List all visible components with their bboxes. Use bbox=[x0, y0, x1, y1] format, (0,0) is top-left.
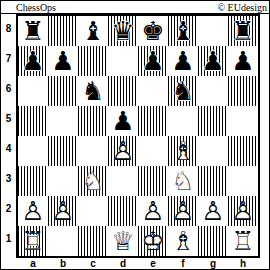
piece-black-pawn: ♟ bbox=[198, 46, 228, 76]
square-f5[interactable] bbox=[168, 106, 198, 136]
square-h7[interactable]: ♟ bbox=[228, 46, 258, 76]
square-f8[interactable]: ♝ bbox=[168, 16, 198, 46]
file-label-f: f bbox=[168, 258, 198, 269]
square-d8[interactable]: ♛ bbox=[108, 16, 138, 46]
piece-glyph: ♝ bbox=[168, 16, 198, 46]
piece-glyph-outline: ♙ bbox=[108, 136, 138, 166]
piece-glyph: ♟ bbox=[198, 46, 228, 76]
piece-white-pawn: ♟♙ bbox=[228, 196, 258, 226]
piece-black-bishop: ♝ bbox=[78, 16, 108, 46]
square-e5[interactable] bbox=[138, 106, 168, 136]
square-c1[interactable] bbox=[78, 226, 108, 256]
piece-white-pawn: ♟♙ bbox=[48, 196, 78, 226]
square-e6[interactable] bbox=[138, 76, 168, 106]
square-c4[interactable] bbox=[78, 136, 108, 166]
piece-black-bishop: ♝ bbox=[168, 16, 198, 46]
rank-label-7: 7 bbox=[1, 44, 16, 74]
piece-white-pawn: ♟♙ bbox=[18, 196, 48, 226]
piece-glyph: ♟ bbox=[18, 46, 48, 76]
square-f1[interactable]: ♝♗ bbox=[168, 226, 198, 256]
app-title: ChessOps bbox=[16, 2, 56, 13]
piece-black-pawn: ♟ bbox=[48, 46, 78, 76]
piece-white-knight: ♞♘ bbox=[168, 166, 198, 196]
square-c6[interactable]: ♞ bbox=[78, 76, 108, 106]
square-c7[interactable] bbox=[78, 46, 108, 76]
square-g3[interactable] bbox=[198, 166, 228, 196]
file-label-e: e bbox=[138, 258, 168, 269]
square-f4[interactable]: ♝♗ bbox=[168, 136, 198, 166]
piece-black-queen: ♛ bbox=[108, 16, 138, 46]
piece-glyph-outline: ♗ bbox=[168, 226, 198, 256]
square-e1[interactable]: ♚♔ bbox=[138, 226, 168, 256]
square-e8[interactable]: ♚ bbox=[138, 16, 168, 46]
file-labels: abcdefgh bbox=[18, 258, 269, 269]
piece-black-pawn: ♟ bbox=[168, 46, 198, 76]
piece-black-knight: ♞ bbox=[168, 76, 198, 106]
piece-glyph: ♚ bbox=[138, 16, 168, 46]
square-a4[interactable] bbox=[18, 136, 48, 166]
chess-board: ♜♝♛♚♝♜♟♟♟♟♟♟♞♞♟♟♙♝♗♞♘♞♘♟♙♟♙♟♙♟♙♟♙♟♙♜♖♛♕♚… bbox=[16, 14, 260, 258]
rank-label-3: 3 bbox=[1, 164, 16, 194]
square-e7[interactable]: ♟ bbox=[138, 46, 168, 76]
piece-white-bishop: ♝♗ bbox=[168, 136, 198, 166]
piece-white-bishop: ♝♗ bbox=[168, 226, 198, 256]
piece-glyph: ♞ bbox=[168, 76, 198, 106]
piece-white-pawn: ♟♙ bbox=[168, 196, 198, 226]
window: ChessOps © EUdesign 87654321 ♜♝♛♚♝♜♟♟♟♟♟… bbox=[0, 0, 270, 270]
square-e2[interactable]: ♟♙ bbox=[138, 196, 168, 226]
piece-glyph: ♜ bbox=[228, 16, 258, 46]
rank-label-8: 8 bbox=[1, 14, 16, 44]
piece-glyph-outline: ♕ bbox=[108, 226, 138, 256]
piece-glyph-outline: ♙ bbox=[228, 196, 258, 226]
square-b2[interactable]: ♟♙ bbox=[48, 196, 78, 226]
file-label-h: h bbox=[228, 258, 258, 269]
square-b7[interactable]: ♟ bbox=[48, 46, 78, 76]
piece-white-rook: ♜♖ bbox=[228, 226, 258, 256]
square-c3[interactable]: ♞♘ bbox=[78, 166, 108, 196]
piece-white-rook: ♜♖ bbox=[18, 226, 48, 256]
piece-glyph: ♟ bbox=[108, 106, 138, 136]
square-c5[interactable] bbox=[78, 106, 108, 136]
square-a2[interactable]: ♟♙ bbox=[18, 196, 48, 226]
square-a8[interactable]: ♜ bbox=[18, 16, 48, 46]
piece-glyph-outline: ♘ bbox=[168, 166, 198, 196]
piece-glyph-outline: ♗ bbox=[168, 136, 198, 166]
square-f2[interactable]: ♟♙ bbox=[168, 196, 198, 226]
piece-white-pawn: ♟♙ bbox=[108, 136, 138, 166]
square-d4[interactable]: ♟♙ bbox=[108, 136, 138, 166]
piece-glyph: ♟ bbox=[138, 46, 168, 76]
square-b6[interactable] bbox=[48, 76, 78, 106]
piece-white-king: ♚♔ bbox=[138, 226, 168, 256]
board-area: 87654321 ♜♝♛♚♝♜♟♟♟♟♟♟♞♞♟♟♙♝♗♞♘♞♘♟♙♟♙♟♙♟♙… bbox=[1, 14, 269, 258]
square-h4[interactable] bbox=[228, 136, 258, 166]
piece-glyph: ♟ bbox=[48, 46, 78, 76]
piece-white-knight: ♞♘ bbox=[78, 166, 108, 196]
square-h3[interactable] bbox=[228, 166, 258, 196]
rank-label-4: 4 bbox=[1, 134, 16, 164]
file-label-d: d bbox=[108, 258, 138, 269]
square-g8[interactable] bbox=[198, 16, 228, 46]
square-e4[interactable] bbox=[138, 136, 168, 166]
square-b1[interactable] bbox=[48, 226, 78, 256]
piece-black-pawn: ♟ bbox=[138, 46, 168, 76]
piece-glyph-outline: ♖ bbox=[228, 226, 258, 256]
piece-glyph-outline: ♘ bbox=[78, 166, 108, 196]
piece-glyph-outline: ♙ bbox=[138, 196, 168, 226]
square-b3[interactable] bbox=[48, 166, 78, 196]
piece-black-pawn: ♟ bbox=[18, 46, 48, 76]
piece-white-pawn: ♟♙ bbox=[198, 196, 228, 226]
square-a1[interactable]: ♜♖ bbox=[18, 226, 48, 256]
square-a3[interactable] bbox=[18, 166, 48, 196]
square-g4[interactable] bbox=[198, 136, 228, 166]
square-g5[interactable] bbox=[198, 106, 228, 136]
rank-label-5: 5 bbox=[1, 104, 16, 134]
piece-glyph: ♟ bbox=[228, 46, 258, 76]
piece-black-rook: ♜ bbox=[18, 16, 48, 46]
rank-label-6: 6 bbox=[1, 74, 16, 104]
square-d1[interactable]: ♛♕ bbox=[108, 226, 138, 256]
square-e3[interactable] bbox=[138, 166, 168, 196]
square-g1[interactable] bbox=[198, 226, 228, 256]
piece-glyph: ♜ bbox=[18, 16, 48, 46]
piece-glyph-outline: ♙ bbox=[18, 196, 48, 226]
square-d3[interactable] bbox=[108, 166, 138, 196]
rank-labels: 87654321 bbox=[1, 14, 16, 258]
header: ChessOps © EUdesign bbox=[1, 1, 269, 14]
square-d7[interactable] bbox=[108, 46, 138, 76]
piece-black-rook: ♜ bbox=[228, 16, 258, 46]
piece-black-pawn: ♟ bbox=[228, 46, 258, 76]
square-h2[interactable]: ♟♙ bbox=[228, 196, 258, 226]
piece-glyph-outline: ♔ bbox=[138, 226, 168, 256]
square-b8[interactable] bbox=[48, 16, 78, 46]
square-f7[interactable]: ♟ bbox=[168, 46, 198, 76]
piece-glyph-outline: ♙ bbox=[168, 196, 198, 226]
piece-glyph-outline: ♙ bbox=[198, 196, 228, 226]
square-g6[interactable] bbox=[198, 76, 228, 106]
square-c8[interactable]: ♝ bbox=[78, 16, 108, 46]
piece-white-queen: ♛♕ bbox=[108, 226, 138, 256]
square-d2[interactable] bbox=[108, 196, 138, 226]
file-label-b: b bbox=[48, 258, 78, 269]
piece-glyph: ♝ bbox=[78, 16, 108, 46]
file-label-a: a bbox=[18, 258, 48, 269]
piece-black-pawn: ♟ bbox=[108, 106, 138, 136]
square-c2[interactable] bbox=[78, 196, 108, 226]
square-g2[interactable]: ♟♙ bbox=[198, 196, 228, 226]
piece-glyph: ♛ bbox=[108, 16, 138, 46]
square-h1[interactable]: ♜♖ bbox=[228, 226, 258, 256]
file-label-g: g bbox=[198, 258, 228, 269]
copyright-credit: © EUdesign bbox=[217, 2, 267, 13]
square-g7[interactable]: ♟ bbox=[198, 46, 228, 76]
rank-label-2: 2 bbox=[1, 194, 16, 224]
square-h6[interactable] bbox=[228, 76, 258, 106]
square-b4[interactable] bbox=[48, 136, 78, 166]
square-f6[interactable]: ♞ bbox=[168, 76, 198, 106]
square-a6[interactable] bbox=[18, 76, 48, 106]
piece-glyph-outline: ♙ bbox=[48, 196, 78, 226]
piece-glyph-outline: ♖ bbox=[18, 226, 48, 256]
piece-white-pawn: ♟♙ bbox=[138, 196, 168, 226]
piece-black-king: ♚ bbox=[138, 16, 168, 46]
piece-glyph: ♟ bbox=[168, 46, 198, 76]
file-label-c: c bbox=[78, 258, 108, 269]
square-d5[interactable]: ♟ bbox=[108, 106, 138, 136]
piece-glyph: ♞ bbox=[78, 76, 108, 106]
square-d6[interactable] bbox=[108, 76, 138, 106]
square-a5[interactable] bbox=[18, 106, 48, 136]
square-h5[interactable] bbox=[228, 106, 258, 136]
square-f3[interactable]: ♞♘ bbox=[168, 166, 198, 196]
piece-black-knight: ♞ bbox=[78, 76, 108, 106]
rank-label-1: 1 bbox=[1, 224, 16, 254]
square-b5[interactable] bbox=[48, 106, 78, 136]
square-h8[interactable]: ♜ bbox=[228, 16, 258, 46]
square-a7[interactable]: ♟ bbox=[18, 46, 48, 76]
